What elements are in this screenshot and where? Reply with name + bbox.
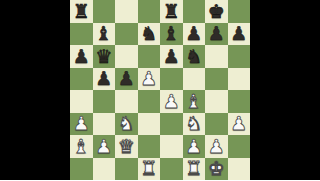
black-rook-piece: ♜ <box>73 1 90 20</box>
square-g5[interactable] <box>205 68 228 91</box>
black-pawn-piece: ♟ <box>163 46 180 65</box>
square-d4[interactable] <box>138 90 161 113</box>
video-frame: ♜♜♚♝♞♝♟♟♟♟♛♟♞♟♟♟♟♝♟♞♞♟♝♟♛♟♟♜♜♚ <box>0 0 320 180</box>
square-h3[interactable]: ♟ <box>228 113 251 136</box>
black-king-piece: ♚ <box>208 1 225 20</box>
square-e8[interactable]: ♜ <box>160 0 183 23</box>
square-d7[interactable]: ♞ <box>138 23 161 46</box>
square-g2[interactable]: ♟ <box>205 135 228 158</box>
black-bishop-piece: ♝ <box>163 24 180 43</box>
square-c8[interactable] <box>115 0 138 23</box>
square-f7[interactable]: ♟ <box>183 23 206 46</box>
square-a1[interactable] <box>70 158 93 181</box>
right-letterbox <box>250 0 320 180</box>
square-e3[interactable] <box>160 113 183 136</box>
white-pawn-piece: ♟ <box>73 114 90 133</box>
white-pawn-piece: ♟ <box>208 136 225 155</box>
white-bishop-piece: ♝ <box>185 91 202 110</box>
square-f1[interactable]: ♜ <box>183 158 206 181</box>
square-g8[interactable]: ♚ <box>205 0 228 23</box>
square-a5[interactable] <box>70 68 93 91</box>
square-g4[interactable] <box>205 90 228 113</box>
square-h6[interactable] <box>228 45 251 68</box>
square-f2[interactable]: ♟ <box>183 135 206 158</box>
square-d1[interactable]: ♜ <box>138 158 161 181</box>
square-b1[interactable] <box>93 158 116 181</box>
square-g6[interactable] <box>205 45 228 68</box>
square-b3[interactable] <box>93 113 116 136</box>
square-c4[interactable] <box>115 90 138 113</box>
square-h2[interactable] <box>228 135 251 158</box>
square-h5[interactable] <box>228 68 251 91</box>
square-g7[interactable]: ♟ <box>205 23 228 46</box>
black-pawn-piece: ♟ <box>95 69 112 88</box>
black-knight-piece: ♞ <box>185 46 202 65</box>
white-king-piece: ♚ <box>208 159 225 178</box>
square-b7[interactable]: ♝ <box>93 23 116 46</box>
black-pawn-piece: ♟ <box>208 24 225 43</box>
black-pawn-piece: ♟ <box>118 69 135 88</box>
square-f4[interactable]: ♝ <box>183 90 206 113</box>
black-pawn-piece: ♟ <box>73 46 90 65</box>
square-e2[interactable] <box>160 135 183 158</box>
square-d2[interactable] <box>138 135 161 158</box>
black-pawn-piece: ♟ <box>230 24 247 43</box>
square-b6[interactable]: ♛ <box>93 45 116 68</box>
white-pawn-piece: ♟ <box>163 91 180 110</box>
square-h1[interactable] <box>228 158 251 181</box>
square-g1[interactable]: ♚ <box>205 158 228 181</box>
square-b4[interactable] <box>93 90 116 113</box>
square-c7[interactable] <box>115 23 138 46</box>
square-a4[interactable] <box>70 90 93 113</box>
white-pawn-piece: ♟ <box>185 136 202 155</box>
white-pawn-piece: ♟ <box>230 114 247 133</box>
square-f8[interactable] <box>183 0 206 23</box>
chess-board: ♜♜♚♝♞♝♟♟♟♟♛♟♞♟♟♟♟♝♟♞♞♟♝♟♛♟♟♜♜♚ <box>70 0 250 180</box>
square-f5[interactable] <box>183 68 206 91</box>
square-c1[interactable] <box>115 158 138 181</box>
square-e1[interactable] <box>160 158 183 181</box>
square-d5[interactable]: ♟ <box>138 68 161 91</box>
square-a2[interactable]: ♝ <box>70 135 93 158</box>
black-bishop-piece: ♝ <box>95 24 112 43</box>
black-pawn-piece: ♟ <box>185 24 202 43</box>
square-c5[interactable]: ♟ <box>115 68 138 91</box>
square-b5[interactable]: ♟ <box>93 68 116 91</box>
square-b2[interactable]: ♟ <box>93 135 116 158</box>
square-a7[interactable] <box>70 23 93 46</box>
square-e5[interactable] <box>160 68 183 91</box>
square-d6[interactable] <box>138 45 161 68</box>
square-a6[interactable]: ♟ <box>70 45 93 68</box>
square-f6[interactable]: ♞ <box>183 45 206 68</box>
square-h4[interactable] <box>228 90 251 113</box>
black-rook-piece: ♜ <box>163 1 180 20</box>
square-e7[interactable]: ♝ <box>160 23 183 46</box>
square-b8[interactable] <box>93 0 116 23</box>
square-d8[interactable] <box>138 0 161 23</box>
black-knight-piece: ♞ <box>140 24 157 43</box>
white-rook-piece: ♜ <box>185 159 202 178</box>
square-a8[interactable]: ♜ <box>70 0 93 23</box>
square-e4[interactable]: ♟ <box>160 90 183 113</box>
square-h7[interactable]: ♟ <box>228 23 251 46</box>
square-f3[interactable]: ♞ <box>183 113 206 136</box>
square-c3[interactable]: ♞ <box>115 113 138 136</box>
square-c2[interactable]: ♛ <box>115 135 138 158</box>
square-a3[interactable]: ♟ <box>70 113 93 136</box>
left-letterbox <box>0 0 70 180</box>
square-d3[interactable] <box>138 113 161 136</box>
black-queen-piece: ♛ <box>95 46 112 65</box>
white-knight-piece: ♞ <box>185 114 202 133</box>
white-knight-piece: ♞ <box>118 114 135 133</box>
square-e6[interactable]: ♟ <box>160 45 183 68</box>
white-pawn-piece: ♟ <box>140 69 157 88</box>
white-bishop-piece: ♝ <box>73 136 90 155</box>
square-g3[interactable] <box>205 113 228 136</box>
square-c6[interactable] <box>115 45 138 68</box>
white-queen-piece: ♛ <box>118 136 135 155</box>
white-rook-piece: ♜ <box>140 159 157 178</box>
square-h8[interactable] <box>228 0 251 23</box>
white-pawn-piece: ♟ <box>95 136 112 155</box>
